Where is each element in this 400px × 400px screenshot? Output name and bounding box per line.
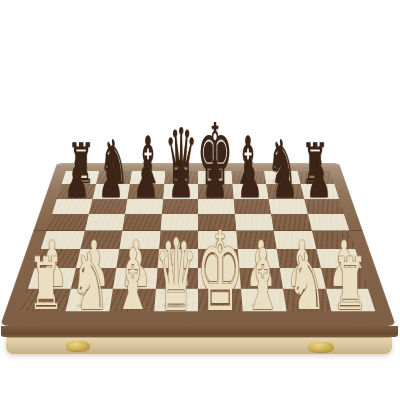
square-a4 — [41, 231, 85, 249]
square-f8 — [231, 171, 266, 185]
square-a3 — [35, 249, 80, 268]
square-c5 — [122, 214, 161, 231]
square-h7 — [300, 184, 339, 198]
square-b1 — [65, 289, 113, 312]
board-grid — [21, 171, 376, 312]
square-c8 — [130, 171, 165, 185]
square-f1 — [241, 289, 287, 312]
square-h4 — [312, 231, 356, 249]
square-e4 — [198, 231, 237, 249]
square-f6 — [233, 199, 271, 214]
square-f7 — [232, 184, 268, 198]
square-f3 — [237, 249, 279, 268]
board-front-edge — [1, 326, 398, 337]
square-e7 — [198, 184, 233, 198]
square-a2 — [28, 268, 76, 289]
chess-board — [0, 163, 396, 326]
square-c4 — [119, 231, 160, 249]
square-e6 — [198, 199, 235, 214]
square-a1 — [21, 289, 71, 312]
square-b2 — [70, 268, 116, 289]
square-g8 — [264, 171, 300, 185]
chess-set-photo: ♜♞♝♛♚♝♞♜♟♟♟♟♟♟♟♟♟♟♟♟♟♟♟♟♜♞♝♛♚♝♞♜ — [0, 0, 400, 400]
square-e2 — [198, 268, 241, 289]
fold-seam — [33, 230, 363, 231]
square-b8 — [96, 171, 132, 185]
square-d8 — [164, 171, 198, 185]
square-g6 — [269, 199, 308, 214]
square-a8 — [62, 171, 99, 185]
square-h6 — [304, 199, 344, 214]
square-b5 — [84, 214, 125, 231]
square-d2 — [155, 268, 198, 289]
square-b4 — [80, 231, 122, 249]
square-c7 — [127, 184, 163, 198]
square-h8 — [297, 171, 334, 185]
square-d7 — [163, 184, 198, 198]
square-f5 — [235, 214, 274, 231]
square-a7 — [57, 184, 96, 198]
square-e8 — [198, 171, 232, 185]
square-g1 — [283, 289, 331, 312]
square-b7 — [92, 184, 130, 198]
square-f2 — [239, 268, 283, 289]
square-g3 — [277, 249, 321, 268]
square-d3 — [157, 249, 198, 268]
square-h3 — [316, 249, 361, 268]
square-g4 — [274, 231, 316, 249]
square-c6 — [125, 199, 163, 214]
square-e5 — [198, 214, 236, 231]
square-g7 — [266, 184, 304, 198]
square-d6 — [161, 199, 198, 214]
square-d4 — [159, 231, 198, 249]
square-f4 — [236, 231, 277, 249]
square-d5 — [160, 214, 198, 231]
square-h1 — [326, 289, 376, 312]
square-g2 — [280, 268, 326, 289]
square-a5 — [47, 214, 89, 231]
square-b6 — [88, 199, 127, 214]
square-c1 — [109, 289, 155, 312]
square-c2 — [113, 268, 157, 289]
square-e1 — [198, 289, 242, 312]
square-g5 — [271, 214, 312, 231]
square-d1 — [154, 289, 198, 312]
square-h2 — [320, 268, 368, 289]
square-e3 — [198, 249, 239, 268]
brass-hinge-right-icon — [308, 342, 334, 352]
square-a6 — [52, 199, 92, 214]
folded-board-side-panel — [6, 337, 392, 354]
square-c3 — [116, 249, 158, 268]
square-h5 — [308, 214, 350, 231]
square-b3 — [76, 249, 120, 268]
brass-hinge-left-icon — [66, 341, 90, 351]
